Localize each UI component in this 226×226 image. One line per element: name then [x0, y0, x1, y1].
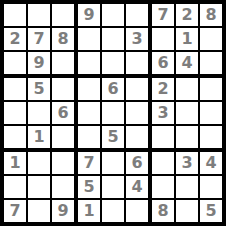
cell-r8c1-empty[interactable]	[4, 176, 26, 198]
cell-r1c7-given[interactable]: 7	[152, 4, 174, 26]
cell-r2c7-empty[interactable]	[152, 28, 174, 50]
box-7: 179	[4, 152, 74, 222]
cell-r7c6-given[interactable]: 6	[126, 152, 148, 174]
cell-r7c3-empty[interactable]	[52, 152, 74, 174]
cell-r1c4-given[interactable]: 9	[78, 4, 100, 26]
cell-r9c2-empty[interactable]	[28, 200, 50, 222]
cell-r7c1-given[interactable]: 1	[4, 152, 26, 174]
box-9: 3485	[152, 152, 222, 222]
cell-r5c4-empty[interactable]	[78, 102, 100, 124]
cell-r8c7-empty[interactable]	[152, 176, 174, 198]
cell-r1c2-empty[interactable]	[28, 4, 50, 26]
cell-r8c6-given[interactable]: 4	[126, 176, 148, 198]
cell-r9c3-given[interactable]: 9	[52, 200, 74, 222]
cell-r1c8-given[interactable]: 2	[176, 4, 198, 26]
cell-r5c3-given[interactable]: 6	[52, 102, 74, 124]
cell-r3c7-given[interactable]: 6	[152, 52, 174, 74]
cell-r7c7-empty[interactable]	[152, 152, 174, 174]
sudoku-board: 2789 93 728164 561 65 23 179 76541 3485	[0, 0, 226, 226]
cell-r9c6-empty[interactable]	[126, 200, 148, 222]
cell-r4c7-given[interactable]: 2	[152, 78, 174, 100]
cell-r2c1-given[interactable]: 2	[4, 28, 26, 50]
cell-r7c2-empty[interactable]	[28, 152, 50, 174]
cell-r7c9-given[interactable]: 4	[200, 152, 222, 174]
cell-r6c3-empty[interactable]	[52, 126, 74, 148]
cell-r1c1-empty[interactable]	[4, 4, 26, 26]
cell-r9c7-given[interactable]: 8	[152, 200, 174, 222]
cell-r6c9-empty[interactable]	[200, 126, 222, 148]
cell-r3c2-given[interactable]: 9	[28, 52, 50, 74]
cell-r3c6-empty[interactable]	[126, 52, 148, 74]
cell-r4c3-empty[interactable]	[52, 78, 74, 100]
cell-r8c3-empty[interactable]	[52, 176, 74, 198]
cell-r5c7-given[interactable]: 3	[152, 102, 174, 124]
cell-r8c8-empty[interactable]	[176, 176, 198, 198]
cell-r1c9-given[interactable]: 8	[200, 4, 222, 26]
cell-r3c5-empty[interactable]	[102, 52, 124, 74]
cell-r2c5-empty[interactable]	[102, 28, 124, 50]
cell-r8c4-given[interactable]: 5	[78, 176, 100, 198]
cell-r5c6-empty[interactable]	[126, 102, 148, 124]
box-4: 561	[4, 78, 74, 148]
cell-r2c6-given[interactable]: 3	[126, 28, 148, 50]
cell-r1c5-empty[interactable]	[102, 4, 124, 26]
cell-r4c2-given[interactable]: 5	[28, 78, 50, 100]
cell-r3c4-empty[interactable]	[78, 52, 100, 74]
box-6: 23	[152, 78, 222, 148]
cell-r5c8-empty[interactable]	[176, 102, 198, 124]
box-3: 728164	[152, 4, 222, 74]
cell-r4c1-empty[interactable]	[4, 78, 26, 100]
box-8: 76541	[78, 152, 148, 222]
cell-r3c3-empty[interactable]	[52, 52, 74, 74]
box-5: 65	[78, 78, 148, 148]
cell-r5c5-empty[interactable]	[102, 102, 124, 124]
cell-r2c9-empty[interactable]	[200, 28, 222, 50]
cell-r9c8-empty[interactable]	[176, 200, 198, 222]
cell-r5c9-empty[interactable]	[200, 102, 222, 124]
cell-r6c1-empty[interactable]	[4, 126, 26, 148]
box-2: 93	[78, 4, 148, 74]
cell-r2c4-empty[interactable]	[78, 28, 100, 50]
cell-r1c6-empty[interactable]	[126, 4, 148, 26]
cell-r6c4-empty[interactable]	[78, 126, 100, 148]
cell-r3c8-given[interactable]: 4	[176, 52, 198, 74]
cell-r6c2-given[interactable]: 1	[28, 126, 50, 148]
cell-r6c6-empty[interactable]	[126, 126, 148, 148]
cell-r4c5-given[interactable]: 6	[102, 78, 124, 100]
cell-r7c5-empty[interactable]	[102, 152, 124, 174]
cell-r6c8-empty[interactable]	[176, 126, 198, 148]
cell-r2c2-given[interactable]: 7	[28, 28, 50, 50]
cell-r4c9-empty[interactable]	[200, 78, 222, 100]
cell-r9c4-given[interactable]: 1	[78, 200, 100, 222]
cell-r8c2-empty[interactable]	[28, 176, 50, 198]
cell-r5c2-empty[interactable]	[28, 102, 50, 124]
cell-r2c8-given[interactable]: 1	[176, 28, 198, 50]
cell-r9c1-given[interactable]: 7	[4, 200, 26, 222]
cell-r9c9-given[interactable]: 5	[200, 200, 222, 222]
cell-r1c3-empty[interactable]	[52, 4, 74, 26]
cell-r7c4-given[interactable]: 7	[78, 152, 100, 174]
cell-r4c6-empty[interactable]	[126, 78, 148, 100]
cell-r4c4-empty[interactable]	[78, 78, 100, 100]
cell-r6c5-given[interactable]: 5	[102, 126, 124, 148]
cell-r9c5-empty[interactable]	[102, 200, 124, 222]
cell-r4c8-empty[interactable]	[176, 78, 198, 100]
cell-r5c1-empty[interactable]	[4, 102, 26, 124]
cell-r3c1-empty[interactable]	[4, 52, 26, 74]
cell-r8c9-empty[interactable]	[200, 176, 222, 198]
box-1: 2789	[4, 4, 74, 74]
cell-r7c8-given[interactable]: 3	[176, 152, 198, 174]
cell-r8c5-empty[interactable]	[102, 176, 124, 198]
cell-r2c3-given[interactable]: 8	[52, 28, 74, 50]
cell-r6c7-empty[interactable]	[152, 126, 174, 148]
cell-r3c9-empty[interactable]	[200, 52, 222, 74]
